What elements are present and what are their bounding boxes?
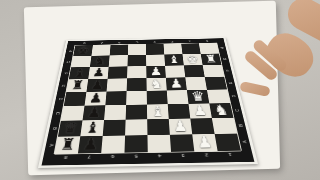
coord-label: C [46,110,69,117]
piece-white-pawn: ♟ [196,130,214,153]
square-c2: ♟ [189,103,212,118]
coord-label: H [212,46,231,51]
square-a4 [147,135,171,153]
coord-label: B [228,122,252,130]
piece-white-bishop: ♝ [151,101,165,121]
piece-white-pawn: ♟ [169,75,183,92]
square-f6 [108,66,128,78]
board-frame: 87654321 HGFEDCBA ♚♞♝♚♜♝♟♟♜♟♞♟♟♛♟♝♟♞♛♝♟♜… [42,38,255,165]
square-b3: ♟ [169,119,192,135]
square-h5 [128,44,146,55]
square-d5 [126,91,147,105]
square-a3 [170,134,194,151]
coord-label: A [232,138,257,146]
square-e4: ♞ [146,78,166,91]
coord-label: D [222,93,244,100]
square-b5 [125,119,147,135]
square-g6 [109,55,128,67]
piece-white-bishop: ♝ [167,52,180,67]
chess-board: 87654321 HGFEDCBA ♚♞♝♚♜♝♟♟♜♟♞♟♟♛♟♝♟♞♛♝♟♜… [38,37,258,168]
coord-label: 6 [100,153,124,162]
square-f2 [184,65,205,77]
square-c4: ♝ [147,104,169,119]
coord-label: G [215,56,235,61]
square-a5 [124,135,147,153]
piece-black-pawn: ♟ [82,132,99,155]
coord-label: F [217,68,237,74]
coord-label: 4 [148,152,172,161]
coord-label: D [49,96,71,103]
board-vinyl-margin: 87654321 HGFEDCBA ♚♞♝♚♜♝♟♟♜♟♞♟♟♛♟♝♟♞♛♝♟♜… [38,37,258,168]
piece-white-pawn: ♟ [192,100,208,120]
square-h6 [110,45,129,56]
coord-label: C [225,107,248,114]
board-grid: ♚♞♝♚♜♝♟♟♜♟♞♟♟♛♟♝♟♞♛♝♟♜♟♟ [55,43,241,154]
square-g2: ♚ [182,54,202,66]
piece-black-king: ♚ [76,43,90,57]
square-d3 [167,90,189,104]
square-g3: ♝ [164,54,184,66]
square-b6 [103,120,126,136]
piece-white-pawn: ♟ [172,115,188,137]
piece-white-king: ♚ [185,51,199,66]
square-a2: ♟ [192,134,217,151]
piece-black-rook: ♜ [70,76,85,93]
square-e3: ♟ [166,77,187,90]
square-c5 [126,105,148,120]
square-g5 [127,55,146,67]
square-a7: ♟ [78,136,103,154]
piece-black-rook: ♜ [58,133,76,156]
photo-scene: 87654321 HGFEDCBA ♚♞♝♚♜♝♟♟♜♟♞♟♟♛♟♝♟♞♛♝♟♜… [0,0,320,180]
coord-label: 8 [53,153,78,162]
square-e5 [127,78,147,91]
coord-label: E [220,80,241,86]
square-e6 [107,78,128,91]
square-h4 [146,44,164,55]
square-a6 [101,136,125,154]
coord-label: 1 [218,151,243,160]
coord-label: 3 [171,151,195,160]
coord-label: 5 [124,152,148,161]
square-b4 [147,119,170,135]
piece-white-knight: ♞ [150,75,163,92]
coord-label: 7 [77,153,101,162]
frame-corner [241,150,254,158]
square-d6 [105,91,126,105]
coord-label: 2 [194,151,219,160]
square-f5 [127,66,146,78]
square-c6 [104,105,126,120]
